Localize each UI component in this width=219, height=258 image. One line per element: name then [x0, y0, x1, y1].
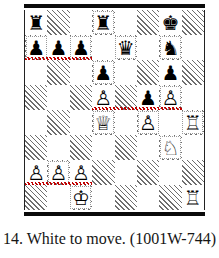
- piece-white-pawn: ♙: [139, 112, 157, 134]
- square-d2[interactable]: [92, 160, 114, 185]
- square-f6[interactable]: [137, 60, 159, 85]
- square-a2[interactable]: ♙: [25, 160, 47, 185]
- square-c4[interactable]: [70, 110, 92, 135]
- piece-black-pawn: ♟: [50, 37, 68, 59]
- piece-backing-patch: ♖: [182, 111, 203, 134]
- square-b8[interactable]: [47, 10, 69, 35]
- piece-backing-patch: ♟: [26, 36, 47, 59]
- square-d6[interactable]: ♟: [92, 60, 114, 85]
- square-e5[interactable]: [115, 85, 137, 110]
- piece-white-pawn: ♙: [161, 87, 179, 109]
- piece-black-king: ♚: [161, 12, 179, 34]
- square-a7[interactable]: ♟: [25, 35, 47, 60]
- piece-black-rook: ♜: [27, 12, 45, 34]
- square-f7[interactable]: [137, 35, 159, 60]
- square-g2[interactable]: [159, 160, 181, 185]
- square-g7[interactable]: ♞: [159, 35, 181, 60]
- square-f4[interactable]: ♙: [137, 110, 159, 135]
- square-h8[interactable]: [182, 10, 204, 35]
- piece-black-pawn: ♟: [94, 62, 112, 84]
- square-c5[interactable]: [70, 85, 92, 110]
- piece-backing-patch: ♙: [138, 111, 159, 134]
- chess-board: ♜♜♚♟♟♟♛♞♟♟♙♟♙♕♙♖♘♙♙♙♔♖: [24, 4, 205, 216]
- square-f3[interactable]: [137, 135, 159, 160]
- square-b5[interactable]: [47, 85, 69, 110]
- square-e6[interactable]: [115, 60, 137, 85]
- square-a4[interactable]: [25, 110, 47, 135]
- square-g8[interactable]: ♚: [159, 10, 181, 35]
- square-d5[interactable]: ♙: [92, 85, 114, 110]
- piece-black-pawn: ♟: [72, 37, 90, 59]
- piece-backing-patch: ♞: [160, 36, 181, 59]
- page: ♜♜♚♟♟♟♛♞♟♟♙♟♙♕♙♖♘♙♙♙♔♖ 14. White to move…: [0, 0, 219, 258]
- square-g4[interactable]: [159, 110, 181, 135]
- square-h4[interactable]: ♖: [182, 110, 204, 135]
- square-g6[interactable]: ♟: [159, 60, 181, 85]
- square-f8[interactable]: [137, 10, 159, 35]
- square-e1[interactable]: [115, 185, 137, 210]
- square-g1[interactable]: [159, 185, 181, 210]
- board-top-border: [24, 4, 205, 8]
- square-g3[interactable]: ♘: [159, 135, 181, 160]
- piece-backing-patch: ♟: [93, 61, 114, 84]
- piece-white-knight: ♘: [161, 137, 179, 159]
- square-f5[interactable]: ♟: [137, 85, 159, 110]
- piece-black-knight: ♞: [161, 37, 179, 59]
- square-c7[interactable]: ♟: [70, 35, 92, 60]
- piece-backing-patch: ♛: [115, 36, 136, 59]
- piece-black-pawn: ♟: [139, 87, 157, 109]
- piece-white-rook: ♖: [184, 112, 202, 134]
- square-h5[interactable]: [182, 85, 204, 110]
- square-g5[interactable]: ♙: [159, 85, 181, 110]
- square-b7[interactable]: ♟: [47, 35, 69, 60]
- square-c6[interactable]: [70, 60, 92, 85]
- square-d8[interactable]: ♜: [92, 10, 114, 35]
- piece-white-pawn: ♙: [27, 162, 45, 184]
- piece-black-pawn: ♟: [161, 62, 179, 84]
- piece-backing-patch: ♟: [70, 36, 91, 59]
- square-h2[interactable]: [182, 160, 204, 185]
- piece-white-queen: ♕: [94, 112, 112, 134]
- piece-black-rook: ♜: [94, 12, 112, 34]
- piece-white-rook: ♖: [184, 187, 202, 209]
- piece-backing-patch: ♘: [160, 136, 181, 159]
- square-d4[interactable]: ♕: [92, 110, 114, 135]
- piece-white-pawn: ♙: [72, 162, 90, 184]
- piece-backing-patch: ♙: [160, 86, 181, 109]
- square-f2[interactable]: [137, 160, 159, 185]
- piece-white-pawn: ♙: [50, 162, 68, 184]
- square-a8[interactable]: ♜: [25, 10, 47, 35]
- square-h6[interactable]: [182, 60, 204, 85]
- square-a6[interactable]: [25, 60, 47, 85]
- square-h3[interactable]: [182, 135, 204, 160]
- piece-backing-patch: ♜: [93, 11, 114, 34]
- square-h7[interactable]: [182, 35, 204, 60]
- square-c3[interactable]: [70, 135, 92, 160]
- piece-backing-patch: ♕: [93, 111, 114, 134]
- square-e7[interactable]: ♛: [115, 35, 137, 60]
- square-a1[interactable]: [25, 185, 47, 210]
- square-d7[interactable]: [92, 35, 114, 60]
- square-e2[interactable]: [115, 160, 137, 185]
- square-b4[interactable]: [47, 110, 69, 135]
- board-bottom-border: [24, 212, 205, 216]
- square-b1[interactable]: [47, 185, 69, 210]
- piece-black-pawn: ♟: [27, 37, 45, 59]
- square-a5[interactable]: [25, 85, 47, 110]
- board-grid: ♜♜♚♟♟♟♛♞♟♟♙♟♙♕♙♖♘♙♙♙♔♖: [24, 10, 205, 210]
- square-e4[interactable]: [115, 110, 137, 135]
- square-d1[interactable]: [92, 185, 114, 210]
- square-h1[interactable]: ♖: [182, 185, 204, 210]
- square-b6[interactable]: [47, 60, 69, 85]
- piece-backing-patch: ♔: [70, 186, 91, 209]
- diagram-caption: 14. White to move. (1001W-744): [3, 230, 217, 248]
- square-b3[interactable]: [47, 135, 69, 160]
- square-b2[interactable]: ♙: [47, 160, 69, 185]
- square-d3[interactable]: [92, 135, 114, 160]
- piece-black-queen: ♛: [117, 37, 135, 59]
- piece-white-pawn: ♙: [94, 87, 112, 109]
- piece-white-king: ♔: [72, 187, 90, 209]
- square-c1[interactable]: ♔: [70, 185, 92, 210]
- square-a3[interactable]: [25, 135, 47, 160]
- square-e3[interactable]: [115, 135, 137, 160]
- piece-backing-patch: ♙: [48, 161, 69, 184]
- square-e8[interactable]: [115, 10, 137, 35]
- square-c8[interactable]: [70, 10, 92, 35]
- square-c2[interactable]: ♙: [70, 160, 92, 185]
- square-f1[interactable]: [137, 185, 159, 210]
